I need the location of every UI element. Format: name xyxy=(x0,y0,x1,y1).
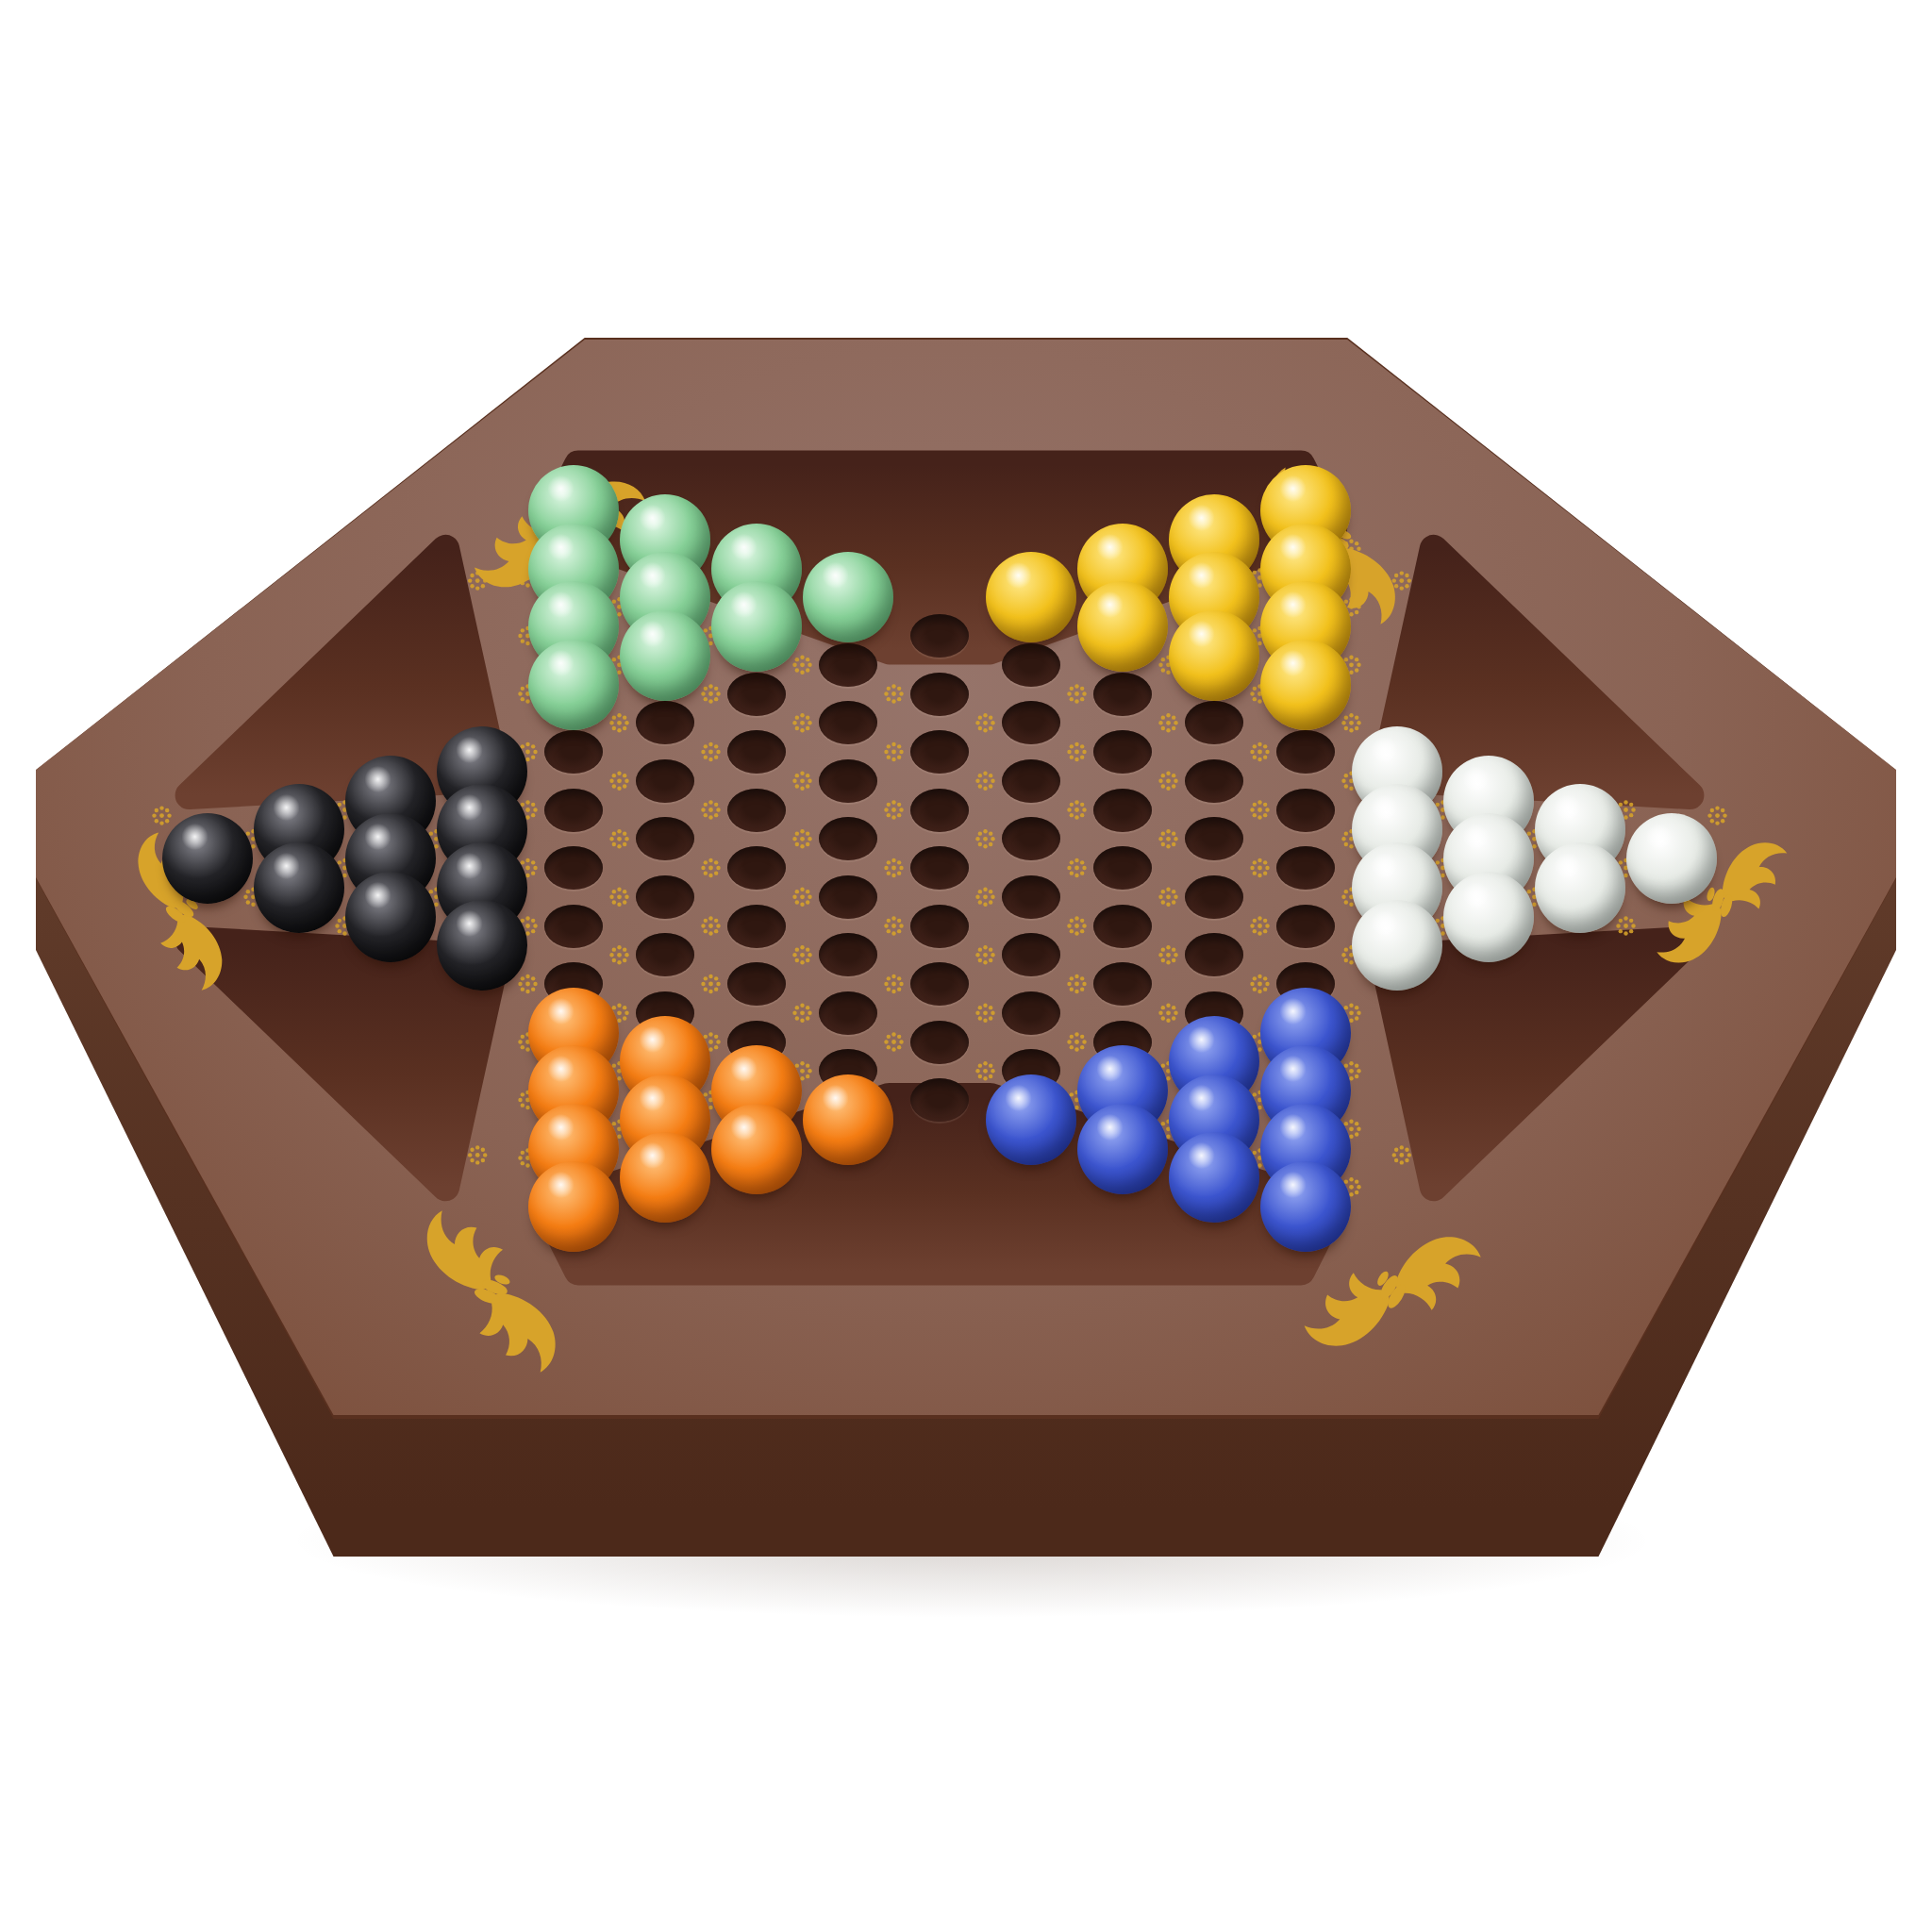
marble-white[interactable] xyxy=(1352,900,1442,991)
board-hole[interactable] xyxy=(910,905,969,948)
board-hole[interactable] xyxy=(727,905,786,948)
marble-orange[interactable] xyxy=(711,1104,802,1194)
marble-blue[interactable] xyxy=(1260,1161,1351,1252)
board-hole[interactable] xyxy=(1276,789,1335,832)
board-hole[interactable] xyxy=(1276,730,1335,774)
board-hole[interactable] xyxy=(727,962,786,1006)
product-photo-scene xyxy=(0,0,1932,1932)
board-hole[interactable] xyxy=(910,846,969,890)
board-hole[interactable] xyxy=(1002,875,1060,919)
board-hole[interactable] xyxy=(1093,789,1152,832)
board-hole[interactable] xyxy=(636,933,694,976)
board-hole[interactable] xyxy=(819,759,877,803)
board-hole[interactable] xyxy=(910,1021,969,1064)
marble-black[interactable] xyxy=(345,872,436,962)
board-hole[interactable] xyxy=(819,817,877,860)
marble-orange[interactable] xyxy=(528,1161,619,1252)
board-hole[interactable] xyxy=(910,730,969,774)
board-hole[interactable] xyxy=(636,817,694,860)
marble-yellow[interactable] xyxy=(986,552,1076,642)
board-hole[interactable] xyxy=(636,875,694,919)
board-hole[interactable] xyxy=(1002,817,1060,860)
marble-yellow[interactable] xyxy=(1077,581,1168,672)
board-hole[interactable] xyxy=(1185,817,1243,860)
board-hole[interactable] xyxy=(727,846,786,890)
board-hole[interactable] xyxy=(1276,905,1335,948)
board-hole[interactable] xyxy=(1002,643,1060,687)
board-hole[interactable] xyxy=(910,962,969,1006)
board-hole[interactable] xyxy=(819,701,877,744)
board-hole[interactable] xyxy=(727,673,786,716)
board-hole[interactable] xyxy=(1093,673,1152,716)
marble-blue[interactable] xyxy=(1169,1132,1259,1223)
board-hole[interactable] xyxy=(1002,991,1060,1035)
board-hole[interactable] xyxy=(1002,933,1060,976)
board-hole[interactable] xyxy=(727,789,786,832)
marble-green[interactable] xyxy=(620,610,710,701)
board-hole[interactable] xyxy=(544,905,603,948)
marble-black[interactable] xyxy=(437,900,527,991)
board-hole[interactable] xyxy=(1093,905,1152,948)
board-hole[interactable] xyxy=(636,701,694,744)
board-hole[interactable] xyxy=(819,933,877,976)
board-hole[interactable] xyxy=(910,1078,969,1122)
board-hole[interactable] xyxy=(1002,759,1060,803)
board-hole[interactable] xyxy=(544,789,603,832)
marble-white[interactable] xyxy=(1535,842,1625,933)
board-hole[interactable] xyxy=(1276,846,1335,890)
marble-orange[interactable] xyxy=(620,1132,710,1223)
marble-blue[interactable] xyxy=(1077,1104,1168,1194)
marble-white[interactable] xyxy=(1626,813,1717,904)
board-hole[interactable] xyxy=(1093,730,1152,774)
board-hole[interactable] xyxy=(1093,962,1152,1006)
board-hole[interactable] xyxy=(544,846,603,890)
marble-black[interactable] xyxy=(162,813,253,904)
marble-black[interactable] xyxy=(254,842,344,933)
marble-white[interactable] xyxy=(1443,872,1534,962)
board-hole[interactable] xyxy=(910,789,969,832)
board-hole[interactable] xyxy=(727,730,786,774)
board-hole[interactable] xyxy=(1185,759,1243,803)
board-hole[interactable] xyxy=(910,673,969,716)
board-hole[interactable] xyxy=(819,875,877,919)
board-hole[interactable] xyxy=(819,991,877,1035)
marble-yellow[interactable] xyxy=(1260,640,1351,730)
board-hole[interactable] xyxy=(544,730,603,774)
tray-lower-right xyxy=(1384,941,1690,1187)
board-hole[interactable] xyxy=(819,643,877,687)
board-hole[interactable] xyxy=(636,759,694,803)
marble-green[interactable] xyxy=(803,552,893,642)
marble-green[interactable] xyxy=(528,640,619,730)
board-hole[interactable] xyxy=(1002,701,1060,744)
marble-yellow[interactable] xyxy=(1169,610,1259,701)
board-hole[interactable] xyxy=(910,614,969,658)
marble-orange[interactable] xyxy=(803,1074,893,1165)
board-hole[interactable] xyxy=(1185,701,1243,744)
board-hole[interactable] xyxy=(1093,846,1152,890)
marble-green[interactable] xyxy=(711,581,802,672)
board-hole[interactable] xyxy=(1185,875,1243,919)
board-hole[interactable] xyxy=(1185,933,1243,976)
marble-blue[interactable] xyxy=(986,1074,1076,1165)
